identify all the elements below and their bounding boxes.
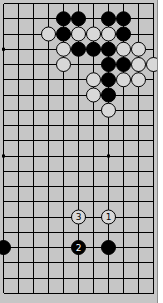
white-stone <box>132 42 146 56</box>
black-stone <box>102 58 116 72</box>
board-panel: 312 <box>0 0 158 303</box>
black-stone <box>0 241 11 255</box>
black-stone <box>87 42 101 56</box>
black-stone <box>57 27 71 41</box>
black-stone <box>117 12 131 26</box>
go-board[interactable]: 312 <box>0 0 158 303</box>
move-number: 1 <box>106 212 112 222</box>
move-number: 2 <box>76 243 82 253</box>
white-stone <box>147 58 159 72</box>
white-stone <box>102 27 116 41</box>
black-stone <box>102 42 116 56</box>
white-stone <box>57 58 71 72</box>
white-stone <box>87 73 101 87</box>
white-stone <box>117 42 131 56</box>
star-point <box>107 155 110 158</box>
black-stone <box>72 42 86 56</box>
move-number: 3 <box>76 212 82 222</box>
black-stone <box>117 58 131 72</box>
white-stone <box>87 27 101 41</box>
black-stone <box>57 12 71 26</box>
white-stone <box>117 73 131 87</box>
black-stone <box>102 241 116 255</box>
star-point <box>2 48 5 51</box>
star-point <box>2 155 5 158</box>
black-stone <box>117 27 131 41</box>
white-stone <box>102 103 116 117</box>
black-stone <box>102 12 116 26</box>
black-stone <box>72 12 86 26</box>
white-stone <box>42 27 56 41</box>
white-stone <box>132 58 146 72</box>
white-stone <box>87 88 101 102</box>
black-stone <box>102 73 116 87</box>
go-diagram: 312 <box>0 0 163 303</box>
white-stone <box>132 73 146 87</box>
black-stone <box>102 88 116 102</box>
white-stone <box>72 27 86 41</box>
white-stone <box>57 42 71 56</box>
